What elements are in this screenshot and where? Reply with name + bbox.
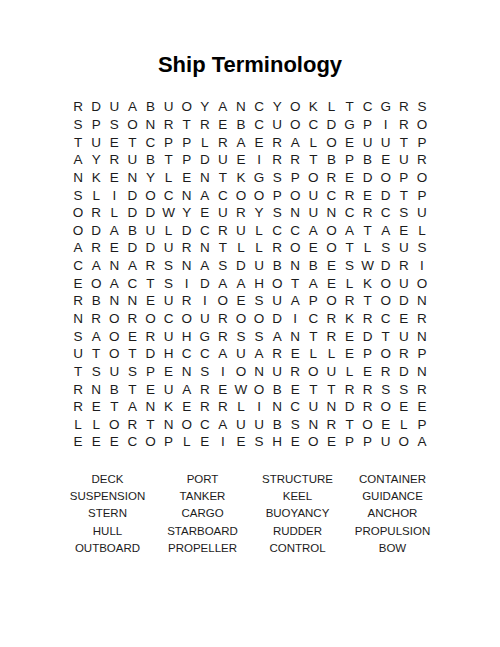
grid-cell[interactable]: L (340, 363, 358, 381)
grid-cell[interactable]: R (322, 310, 340, 328)
grid-cell[interactable]: R (395, 98, 413, 116)
grid-cell[interactable]: C (250, 116, 268, 134)
grid-cell[interactable]: B (322, 151, 340, 169)
grid-cell[interactable]: K (359, 274, 377, 292)
grid-cell[interactable]: L (87, 186, 105, 204)
grid-cell[interactable]: O (87, 274, 105, 292)
grid-cell[interactable]: T (141, 416, 159, 434)
grid-cell[interactable]: T (304, 380, 322, 398)
grid-cell[interactable]: B (141, 151, 159, 169)
grid-cell[interactable]: L (395, 416, 413, 434)
grid-cell[interactable]: U (304, 186, 322, 204)
grid-cell[interactable]: C (340, 204, 358, 222)
grid-cell[interactable]: P (413, 416, 431, 434)
grid-cell[interactable]: S (250, 433, 268, 451)
grid-cell[interactable]: A (214, 274, 232, 292)
grid-cell[interactable]: T (87, 345, 105, 363)
grid-cell[interactable]: U (214, 151, 232, 169)
grid-cell[interactable]: N (286, 204, 304, 222)
grid-cell[interactable]: R (413, 310, 431, 328)
grid-cell[interactable]: N (196, 169, 214, 187)
grid-cell[interactable]: U (105, 98, 123, 116)
grid-cell[interactable]: O (232, 363, 250, 381)
grid-cell[interactable]: T (304, 151, 322, 169)
grid-cell[interactable]: N (105, 257, 123, 275)
grid-cell[interactable]: O (286, 239, 304, 257)
grid-cell[interactable]: C (322, 186, 340, 204)
grid-cell[interactable]: E (359, 186, 377, 204)
grid-cell[interactable]: O (413, 169, 431, 187)
grid-cell[interactable]: S (123, 363, 141, 381)
grid-cell[interactable]: O (141, 186, 159, 204)
grid-cell[interactable]: C (359, 98, 377, 116)
grid-cell[interactable]: N (286, 327, 304, 345)
grid-cell[interactable]: C (377, 310, 395, 328)
grid-cell[interactable]: N (268, 398, 286, 416)
grid-cell[interactable]: D (322, 116, 340, 134)
grid-cell[interactable]: E (105, 169, 123, 187)
grid-cell[interactable]: L (232, 239, 250, 257)
grid-cell[interactable]: R (395, 116, 413, 134)
grid-cell[interactable]: R (123, 416, 141, 434)
grid-cell[interactable]: E (359, 363, 377, 381)
grid-cell[interactable]: O (123, 116, 141, 134)
grid-cell[interactable]: R (359, 380, 377, 398)
grid-cell[interactable]: P (286, 169, 304, 187)
grid-cell[interactable]: T (214, 169, 232, 187)
grid-cell[interactable]: L (359, 239, 377, 257)
grid-cell[interactable]: O (268, 274, 286, 292)
grid-cell[interactable]: O (141, 310, 159, 328)
grid-cell[interactable]: L (69, 416, 87, 434)
grid-cell[interactable]: E (322, 433, 340, 451)
grid-cell[interactable]: E (340, 133, 358, 151)
grid-cell[interactable]: S (160, 274, 178, 292)
grid-cell[interactable]: R (214, 310, 232, 328)
grid-cell[interactable]: L (340, 274, 358, 292)
grid-cell[interactable]: O (250, 380, 268, 398)
grid-cell[interactable]: L (105, 204, 123, 222)
grid-cell[interactable]: R (214, 221, 232, 239)
grid-cell[interactable]: O (286, 116, 304, 134)
grid-cell[interactable]: R (232, 204, 250, 222)
grid-cell[interactable]: T (377, 327, 395, 345)
grid-cell[interactable]: U (232, 345, 250, 363)
grid-cell[interactable]: R (322, 416, 340, 434)
grid-cell[interactable]: C (196, 221, 214, 239)
grid-cell[interactable]: A (69, 151, 87, 169)
grid-cell[interactable]: B (268, 257, 286, 275)
grid-cell[interactable]: T (304, 327, 322, 345)
grid-cell[interactable]: S (395, 204, 413, 222)
grid-cell[interactable]: T (105, 398, 123, 416)
grid-cell[interactable]: P (413, 345, 431, 363)
grid-cell[interactable]: T (286, 274, 304, 292)
grid-cell[interactable]: I (105, 186, 123, 204)
grid-cell[interactable]: L (178, 433, 196, 451)
grid-cell[interactable]: C (377, 204, 395, 222)
grid-cell[interactable]: I (214, 433, 232, 451)
grid-cell[interactable]: E (105, 133, 123, 151)
grid-cell[interactable]: E (69, 433, 87, 451)
grid-cell[interactable]: S (160, 257, 178, 275)
grid-cell[interactable]: A (87, 257, 105, 275)
grid-cell[interactable]: A (232, 133, 250, 151)
grid-cell[interactable]: S (340, 257, 358, 275)
grid-cell[interactable]: T (395, 133, 413, 151)
grid-cell[interactable]: U (395, 327, 413, 345)
grid-cell[interactable]: U (268, 116, 286, 134)
grid-cell[interactable]: N (413, 363, 431, 381)
grid-cell[interactable]: T (123, 133, 141, 151)
grid-cell[interactable]: O (69, 204, 87, 222)
grid-cell[interactable]: D (359, 169, 377, 187)
grid-cell[interactable]: N (123, 169, 141, 187)
grid-cell[interactable]: B (268, 416, 286, 434)
grid-cell[interactable]: K (87, 169, 105, 187)
grid-cell[interactable]: T (123, 345, 141, 363)
grid-cell[interactable]: U (105, 363, 123, 381)
grid-cell[interactable]: L (160, 221, 178, 239)
grid-cell[interactable]: O (286, 98, 304, 116)
grid-cell[interactable]: G (340, 116, 358, 134)
grid-cell[interactable]: P (87, 116, 105, 134)
grid-cell[interactable]: R (268, 239, 286, 257)
grid-cell[interactable]: A (196, 186, 214, 204)
grid-cell[interactable]: O (377, 169, 395, 187)
grid-cell[interactable]: E (232, 433, 250, 451)
grid-cell[interactable]: R (69, 98, 87, 116)
grid-cell[interactable]: U (413, 204, 431, 222)
grid-cell[interactable]: R (268, 345, 286, 363)
grid-cell[interactable]: D (123, 204, 141, 222)
grid-cell[interactable]: U (268, 363, 286, 381)
grid-cell[interactable]: U (395, 151, 413, 169)
grid-cell[interactable]: C (268, 221, 286, 239)
grid-cell[interactable]: O (413, 116, 431, 134)
grid-cell[interactable]: A (214, 416, 232, 434)
grid-cell[interactable]: R (178, 292, 196, 310)
grid-cell[interactable]: N (413, 327, 431, 345)
grid-cell[interactable]: C (69, 257, 87, 275)
grid-cell[interactable]: U (395, 239, 413, 257)
grid-cell[interactable]: N (250, 363, 268, 381)
grid-cell[interactable]: O (377, 292, 395, 310)
grid-cell[interactable]: U (160, 292, 178, 310)
grid-cell[interactable]: C (304, 310, 322, 328)
grid-cell[interactable]: O (105, 416, 123, 434)
grid-cell[interactable]: P (160, 133, 178, 151)
grid-cell[interactable]: D (196, 151, 214, 169)
grid-cell[interactable]: D (87, 98, 105, 116)
grid-cell[interactable]: U (268, 292, 286, 310)
grid-cell[interactable]: N (178, 363, 196, 381)
grid-cell[interactable]: W (232, 380, 250, 398)
grid-cell[interactable]: K (232, 169, 250, 187)
grid-cell[interactable]: D (123, 239, 141, 257)
grid-cell[interactable]: R (141, 327, 159, 345)
grid-cell[interactable]: R (196, 116, 214, 134)
grid-cell[interactable]: A (377, 221, 395, 239)
grid-cell[interactable]: K (160, 398, 178, 416)
grid-cell[interactable]: R (105, 151, 123, 169)
grid-cell[interactable]: E (87, 433, 105, 451)
grid-cell[interactable]: O (377, 345, 395, 363)
grid-cell[interactable]: O (214, 292, 232, 310)
grid-cell[interactable]: P (160, 433, 178, 451)
grid-cell[interactable]: R (178, 239, 196, 257)
grid-cell[interactable]: U (141, 221, 159, 239)
grid-cell[interactable]: E (160, 363, 178, 381)
grid-cell[interactable]: G (196, 327, 214, 345)
grid-cell[interactable]: C (160, 310, 178, 328)
grid-cell[interactable]: B (359, 151, 377, 169)
grid-cell[interactable]: S (268, 204, 286, 222)
grid-cell[interactable]: O (232, 186, 250, 204)
grid-cell[interactable]: T (340, 239, 358, 257)
grid-cell[interactable]: U (87, 133, 105, 151)
grid-cell[interactable]: S (268, 169, 286, 187)
grid-cell[interactable]: N (69, 310, 87, 328)
grid-cell[interactable]: T (214, 239, 232, 257)
grid-cell[interactable]: S (377, 239, 395, 257)
grid-cell[interactable]: S (232, 327, 250, 345)
grid-cell[interactable]: R (413, 151, 431, 169)
grid-cell[interactable]: Y (87, 151, 105, 169)
grid-cell[interactable]: O (322, 133, 340, 151)
grid-cell[interactable]: O (322, 221, 340, 239)
grid-cell[interactable]: O (413, 274, 431, 292)
grid-cell[interactable]: I (377, 116, 395, 134)
grid-cell[interactable]: R (214, 327, 232, 345)
grid-cell[interactable]: D (232, 257, 250, 275)
grid-cell[interactable]: A (87, 327, 105, 345)
grid-cell[interactable]: S (69, 186, 87, 204)
grid-cell[interactable]: A (214, 345, 232, 363)
grid-cell[interactable]: R (322, 169, 340, 187)
grid-cell[interactable]: O (250, 310, 268, 328)
grid-cell[interactable]: T (141, 274, 159, 292)
grid-cell[interactable]: S (214, 257, 232, 275)
grid-cell[interactable]: C (123, 433, 141, 451)
grid-cell[interactable]: E (395, 221, 413, 239)
grid-cell[interactable]: W (359, 257, 377, 275)
grid-cell[interactable]: U (395, 274, 413, 292)
grid-cell[interactable]: B (123, 221, 141, 239)
grid-cell[interactable]: S (413, 98, 431, 116)
grid-cell[interactable]: B (268, 380, 286, 398)
grid-cell[interactable]: L (322, 345, 340, 363)
grid-cell[interactable]: O (286, 186, 304, 204)
grid-cell[interactable]: A (69, 239, 87, 257)
grid-cell[interactable]: A (250, 345, 268, 363)
grid-cell[interactable]: U (304, 398, 322, 416)
grid-cell[interactable]: L (413, 221, 431, 239)
grid-cell[interactable]: A (268, 327, 286, 345)
grid-cell[interactable]: E (141, 380, 159, 398)
grid-cell[interactable]: E (395, 398, 413, 416)
grid-cell[interactable]: U (160, 327, 178, 345)
grid-cell[interactable]: A (286, 292, 304, 310)
grid-cell[interactable]: T (322, 380, 340, 398)
grid-cell[interactable]: D (340, 398, 358, 416)
grid-cell[interactable]: R (196, 380, 214, 398)
grid-cell[interactable]: T (69, 133, 87, 151)
grid-cell[interactable]: P (268, 186, 286, 204)
grid-cell[interactable]: E (304, 239, 322, 257)
grid-cell[interactable]: S (377, 380, 395, 398)
grid-cell[interactable]: E (340, 345, 358, 363)
grid-cell[interactable]: H (250, 274, 268, 292)
grid-cell[interactable]: O (178, 98, 196, 116)
grid-cell[interactable]: S (69, 327, 87, 345)
grid-cell[interactable]: R (87, 239, 105, 257)
grid-cell[interactable]: A (232, 274, 250, 292)
grid-cell[interactable]: O (304, 433, 322, 451)
grid-cell[interactable]: P (340, 151, 358, 169)
grid-cell[interactable]: E (232, 151, 250, 169)
grid-cell[interactable]: C (141, 133, 159, 151)
grid-cell[interactable]: R (87, 204, 105, 222)
grid-cell[interactable]: I (250, 151, 268, 169)
grid-cell[interactable]: A (123, 257, 141, 275)
grid-cell[interactable]: B (141, 98, 159, 116)
grid-cell[interactable]: Y (250, 204, 268, 222)
grid-cell[interactable]: U (160, 239, 178, 257)
grid-cell[interactable]: N (87, 380, 105, 398)
grid-cell[interactable]: O (105, 327, 123, 345)
grid-cell[interactable]: I (250, 398, 268, 416)
grid-cell[interactable]: R (141, 257, 159, 275)
grid-cell[interactable]: P (359, 116, 377, 134)
grid-cell[interactable]: K (340, 310, 358, 328)
grid-cell[interactable]: U (377, 433, 395, 451)
grid-cell[interactable]: R (123, 310, 141, 328)
grid-cell[interactable]: O (178, 416, 196, 434)
grid-cell[interactable]: R (69, 398, 87, 416)
grid-cell[interactable]: U (250, 416, 268, 434)
grid-cell[interactable]: H (268, 433, 286, 451)
grid-cell[interactable]: N (322, 204, 340, 222)
grid-cell[interactable]: P (178, 151, 196, 169)
grid-cell[interactable]: E (413, 398, 431, 416)
grid-cell[interactable]: R (196, 398, 214, 416)
grid-cell[interactable]: R (340, 292, 358, 310)
grid-cell[interactable]: A (304, 221, 322, 239)
grid-cell[interactable]: C (286, 221, 304, 239)
grid-cell[interactable]: A (286, 133, 304, 151)
grid-cell[interactable]: E (322, 274, 340, 292)
grid-cell[interactable]: U (69, 345, 87, 363)
grid-cell[interactable]: A (123, 98, 141, 116)
grid-cell[interactable]: A (105, 274, 123, 292)
grid-cell[interactable]: P (395, 169, 413, 187)
grid-cell[interactable]: N (286, 257, 304, 275)
grid-cell[interactable]: W (160, 204, 178, 222)
grid-cell[interactable]: Y (196, 98, 214, 116)
grid-cell[interactable]: R (359, 310, 377, 328)
grid-cell[interactable]: O (250, 186, 268, 204)
grid-cell[interactable]: R (214, 133, 232, 151)
grid-cell[interactable]: H (160, 345, 178, 363)
grid-cell[interactable]: R (413, 380, 431, 398)
grid-cell[interactable]: O (304, 169, 322, 187)
grid-cell[interactable]: T (359, 221, 377, 239)
grid-cell[interactable]: R (286, 151, 304, 169)
grid-cell[interactable]: S (87, 363, 105, 381)
grid-cell[interactable]: R (268, 151, 286, 169)
grid-cell[interactable]: P (413, 186, 431, 204)
grid-cell[interactable]: R (214, 398, 232, 416)
grid-cell[interactable]: T (395, 186, 413, 204)
grid-cell[interactable]: E (69, 274, 87, 292)
grid-cell[interactable]: N (304, 416, 322, 434)
grid-cell[interactable]: O (69, 221, 87, 239)
grid-cell[interactable]: S (250, 292, 268, 310)
grid-cell[interactable]: D (268, 310, 286, 328)
grid-cell[interactable]: I (286, 310, 304, 328)
grid-cell[interactable]: I (196, 292, 214, 310)
grid-cell[interactable]: D (87, 221, 105, 239)
grid-cell[interactable]: R (359, 204, 377, 222)
grid-cell[interactable]: A (413, 433, 431, 451)
grid-cell[interactable]: L (87, 416, 105, 434)
grid-cell[interactable]: R (340, 186, 358, 204)
grid-cell[interactable]: E (123, 327, 141, 345)
grid-cell[interactable]: L (160, 169, 178, 187)
grid-cell[interactable]: E (105, 239, 123, 257)
grid-cell[interactable]: D (395, 363, 413, 381)
grid-cell[interactable]: U (196, 310, 214, 328)
grid-cell[interactable]: U (377, 133, 395, 151)
grid-cell[interactable]: E (286, 433, 304, 451)
grid-cell[interactable]: R (160, 116, 178, 134)
grid-cell[interactable]: C (214, 186, 232, 204)
grid-cell[interactable]: B (232, 116, 250, 134)
grid-cell[interactable]: A (196, 257, 214, 275)
grid-cell[interactable]: U (123, 151, 141, 169)
grid-cell[interactable]: O (377, 274, 395, 292)
grid-cell[interactable]: U (232, 416, 250, 434)
grid-cell[interactable]: R (340, 380, 358, 398)
grid-cell[interactable]: E (178, 169, 196, 187)
grid-cell[interactable]: C (160, 186, 178, 204)
grid-cell[interactable]: D (395, 292, 413, 310)
grid-cell[interactable]: O (322, 239, 340, 257)
grid-cell[interactable]: P (178, 133, 196, 151)
grid-cell[interactable]: U (232, 221, 250, 239)
grid-cell[interactable]: L (250, 239, 268, 257)
grid-cell[interactable]: T (160, 151, 178, 169)
grid-cell[interactable]: D (377, 186, 395, 204)
grid-cell[interactable]: S (105, 116, 123, 134)
grid-cell[interactable]: E (196, 433, 214, 451)
grid-cell[interactable]: L (304, 133, 322, 151)
grid-cell[interactable]: Y (178, 204, 196, 222)
grid-cell[interactable]: C (178, 345, 196, 363)
grid-cell[interactable]: E (322, 257, 340, 275)
grid-cell[interactable]: L (322, 98, 340, 116)
grid-cell[interactable]: U (304, 204, 322, 222)
grid-cell[interactable]: O (141, 433, 159, 451)
grid-cell[interactable]: T (340, 416, 358, 434)
grid-cell[interactable]: B (87, 292, 105, 310)
grid-cell[interactable]: C (196, 416, 214, 434)
grid-cell[interactable]: O (178, 310, 196, 328)
grid-cell[interactable]: N (322, 398, 340, 416)
grid-cell[interactable]: N (141, 116, 159, 134)
grid-cell[interactable]: O (395, 433, 413, 451)
